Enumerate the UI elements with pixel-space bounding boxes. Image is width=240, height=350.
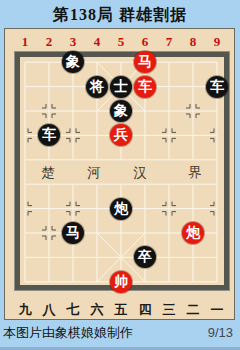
- xiangqi-board: 象马将士车车象车兵炮马炮卒帅: [13, 50, 229, 294]
- file-number: 7: [157, 34, 181, 50]
- board-cell[interactable]: [13, 172, 37, 196]
- board-cell[interactable]: [157, 123, 181, 147]
- board-cell[interactable]: [13, 99, 37, 123]
- board-cell[interactable]: 车: [133, 74, 157, 98]
- board-cell[interactable]: [37, 50, 61, 74]
- board-cell[interactable]: [157, 172, 181, 196]
- board-cell[interactable]: [13, 221, 37, 245]
- board-cell[interactable]: [205, 196, 229, 220]
- board-cell[interactable]: [181, 172, 205, 196]
- rank-number: 九: [13, 302, 37, 318]
- board-cell[interactable]: [181, 148, 205, 172]
- piece-black-elephant[interactable]: 象: [62, 51, 84, 73]
- board-cell[interactable]: 炮: [181, 221, 205, 245]
- board-cell[interactable]: 马: [133, 50, 157, 74]
- file-number: 1: [13, 34, 37, 50]
- credit-text: 本图片由象棋娘娘制作: [3, 324, 133, 342]
- board-panel: 123456789 楚河汉界 象马将士车车象车兵炮马炮卒帅 九八七六五四三二一: [4, 28, 235, 320]
- file-number: 5: [109, 34, 133, 50]
- rank-number: 七: [61, 302, 85, 318]
- file-number: 2: [37, 34, 61, 50]
- rank-number: 六: [85, 302, 109, 318]
- board-cell[interactable]: [37, 221, 61, 245]
- board-cell[interactable]: [205, 50, 229, 74]
- file-numbers-top: 123456789: [13, 34, 229, 50]
- board-cell[interactable]: [109, 148, 133, 172]
- board-cell[interactable]: [205, 148, 229, 172]
- board-cell[interactable]: [157, 196, 181, 220]
- board-cell[interactable]: [61, 123, 85, 147]
- board-cell[interactable]: [85, 99, 109, 123]
- board-cell[interactable]: [181, 50, 205, 74]
- board-cell[interactable]: 车: [37, 123, 61, 147]
- rank-number: 三: [157, 302, 181, 318]
- board-cell[interactable]: [181, 74, 205, 98]
- piece-red-cannon[interactable]: 炮: [182, 222, 204, 244]
- board-cell[interactable]: [13, 245, 37, 269]
- board-cell[interactable]: [157, 221, 181, 245]
- board-cell[interactable]: [37, 270, 61, 294]
- file-number: 8: [181, 34, 205, 50]
- board-cell[interactable]: [109, 50, 133, 74]
- board-cell[interactable]: [181, 123, 205, 147]
- board-cell[interactable]: [13, 50, 37, 74]
- board-cell[interactable]: 象: [109, 99, 133, 123]
- board-cell[interactable]: 士: [109, 74, 133, 98]
- board-cell[interactable]: [133, 221, 157, 245]
- board-cell[interactable]: [133, 172, 157, 196]
- piece-red-general[interactable]: 帅: [110, 271, 132, 293]
- piece-black-advisor[interactable]: 士: [110, 76, 132, 98]
- board-cell[interactable]: [133, 270, 157, 294]
- board-cell[interactable]: [85, 50, 109, 74]
- board-cell[interactable]: [13, 148, 37, 172]
- board-cell[interactable]: [37, 74, 61, 98]
- board-cell[interactable]: [37, 172, 61, 196]
- board-cell[interactable]: [13, 196, 37, 220]
- board-cell[interactable]: [205, 270, 229, 294]
- board-cell[interactable]: [157, 50, 181, 74]
- board-cell[interactable]: [157, 148, 181, 172]
- board-cell[interactable]: [205, 245, 229, 269]
- board-cell[interactable]: [37, 148, 61, 172]
- board-cell[interactable]: [13, 270, 37, 294]
- board-cell[interactable]: [37, 245, 61, 269]
- piece-red-soldier[interactable]: 兵: [110, 124, 132, 146]
- board-cell[interactable]: 炮: [109, 196, 133, 220]
- board-cell[interactable]: 兵: [109, 123, 133, 147]
- board-cell[interactable]: 帅: [109, 270, 133, 294]
- board-cell[interactable]: [181, 245, 205, 269]
- rank-number: 一: [205, 302, 229, 318]
- board-cell[interactable]: [85, 172, 109, 196]
- piece-black-cannon[interactable]: 炮: [110, 198, 132, 220]
- board-cell[interactable]: [133, 123, 157, 147]
- rank-number: 八: [37, 302, 61, 318]
- board-cell[interactable]: [205, 99, 229, 123]
- board-cell[interactable]: [157, 245, 181, 269]
- board-cell[interactable]: [157, 99, 181, 123]
- rank-number: 四: [133, 302, 157, 318]
- file-number: 6: [133, 34, 157, 50]
- board-cell[interactable]: [13, 123, 37, 147]
- board-cell[interactable]: [133, 99, 157, 123]
- board-cell[interactable]: [181, 270, 205, 294]
- board-cell[interactable]: [181, 99, 205, 123]
- board-cell[interactable]: [85, 196, 109, 220]
- piece-red-horse[interactable]: 马: [134, 51, 156, 73]
- file-number: 3: [61, 34, 85, 50]
- board-cell[interactable]: [37, 99, 61, 123]
- board-cell[interactable]: [109, 245, 133, 269]
- page: 第138局 群雄割据 123456789 楚河汉界 象马将士车车象车兵炮马炮卒帅…: [0, 0, 240, 350]
- piece-red-chariot[interactable]: 车: [134, 76, 156, 98]
- board-cell[interactable]: [85, 123, 109, 147]
- board-cell[interactable]: [13, 74, 37, 98]
- board-cell[interactable]: [205, 172, 229, 196]
- puzzle-title: 第138局 群雄割据: [0, 3, 240, 27]
- board-cell[interactable]: [61, 270, 85, 294]
- board-cell[interactable]: [205, 221, 229, 245]
- file-number: 4: [85, 34, 109, 50]
- board-cell[interactable]: [61, 172, 85, 196]
- board-cell[interactable]: 车: [205, 74, 229, 98]
- piece-black-elephant[interactable]: 象: [110, 100, 132, 122]
- piece-black-soldier[interactable]: 卒: [134, 246, 156, 268]
- rank-number: 二: [181, 302, 205, 318]
- board-cell[interactable]: [37, 196, 61, 220]
- board-cell[interactable]: [205, 123, 229, 147]
- board-cell[interactable]: [109, 221, 133, 245]
- board-cell[interactable]: [157, 270, 181, 294]
- board-cell[interactable]: [85, 245, 109, 269]
- board-cell[interactable]: 卒: [133, 245, 157, 269]
- board-cell[interactable]: [61, 99, 85, 123]
- piece-black-chariot[interactable]: 车: [38, 124, 60, 146]
- board-cell[interactable]: [61, 245, 85, 269]
- board-cell[interactable]: 象: [61, 50, 85, 74]
- piece-black-general[interactable]: 将: [86, 76, 108, 98]
- board-cell[interactable]: [61, 74, 85, 98]
- board-cell[interactable]: [157, 74, 181, 98]
- piece-black-horse[interactable]: 马: [62, 222, 84, 244]
- page-indicator: 9/13: [208, 324, 233, 342]
- file-numbers-bottom: 九八七六五四三二一: [13, 302, 229, 318]
- board-cell[interactable]: [181, 196, 205, 220]
- board-cell[interactable]: [61, 196, 85, 220]
- board-cell[interactable]: 马: [61, 221, 85, 245]
- rank-number: 五: [109, 302, 133, 318]
- board-cell[interactable]: 将: [85, 74, 109, 98]
- board-cell[interactable]: [133, 196, 157, 220]
- board-cell[interactable]: [109, 172, 133, 196]
- file-number: 9: [205, 34, 229, 50]
- board-cell[interactable]: [133, 148, 157, 172]
- board-cell[interactable]: [85, 221, 109, 245]
- board-cell[interactable]: [85, 270, 109, 294]
- piece-black-chariot[interactable]: 车: [206, 76, 228, 98]
- board-cell[interactable]: [85, 148, 109, 172]
- board-cell[interactable]: [61, 148, 85, 172]
- footer: 本图片由象棋娘娘制作 9/13: [0, 324, 240, 342]
